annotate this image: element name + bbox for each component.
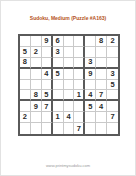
sudoku-cell-r6c9 xyxy=(107,90,118,101)
sudoku-cell-r5c6 xyxy=(74,80,85,91)
sudoku-cell-r7c6 xyxy=(74,101,85,112)
sudoku-cell-r6c6: 1 xyxy=(74,90,85,101)
sudoku-cell-r1c6 xyxy=(74,36,85,47)
sudoku-cell-r2c9 xyxy=(107,47,118,58)
sudoku-cell-r3c7: 3 xyxy=(85,58,96,69)
sudoku-cell-r9c7 xyxy=(85,123,96,134)
sudoku-cell-r7c5 xyxy=(64,101,75,112)
sudoku-cell-r2c5 xyxy=(64,47,75,58)
sudoku-cell-r4c3: 4 xyxy=(42,69,53,80)
sudoku-cell-r9c3 xyxy=(42,123,53,134)
sudoku-cell-r1c3: 9 xyxy=(42,36,53,47)
footer-url: www.printmysudoku.com xyxy=(1,163,135,168)
sudoku-cell-r3c8 xyxy=(96,58,107,69)
sudoku-cell-r2c7 xyxy=(85,47,96,58)
sudoku-cell-r1c5 xyxy=(64,36,75,47)
sudoku-cell-r3c6 xyxy=(74,58,85,69)
sudoku-cell-r1c9: 2 xyxy=(107,36,118,47)
sudoku-cell-r3c5 xyxy=(64,58,75,69)
sudoku-cell-r3c1: 8 xyxy=(20,58,31,69)
sudoku-cell-r2c6 xyxy=(74,47,85,58)
sudoku-cell-r7c3: 7 xyxy=(42,101,53,112)
sudoku-cell-r8c2 xyxy=(31,112,42,123)
sudoku-cell-r5c9: 5 xyxy=(107,80,118,91)
sudoku-cell-r6c5 xyxy=(64,90,75,101)
sudoku-cell-r5c2 xyxy=(31,80,42,91)
sudoku-cell-r7c9 xyxy=(107,101,118,112)
sudoku-cell-r5c8 xyxy=(96,80,107,91)
sudoku-board: 9682523834593585147975421477 xyxy=(18,34,120,136)
sudoku-cell-r5c7 xyxy=(85,80,96,91)
sudoku-cell-r9c1 xyxy=(20,123,31,134)
page-title: Sudoku, Medium (Puzzle #A163) xyxy=(1,15,135,21)
sudoku-cell-r2c8 xyxy=(96,47,107,58)
sudoku-cell-r9c4 xyxy=(53,123,64,134)
sudoku-cell-r4c4: 5 xyxy=(53,69,64,80)
sudoku-cell-r4c5 xyxy=(64,69,75,80)
sudoku-cell-r1c4: 6 xyxy=(53,36,64,47)
sudoku-cell-r5c3 xyxy=(42,80,53,91)
sudoku-cell-r6c4 xyxy=(53,90,64,101)
sudoku-cell-r2c3 xyxy=(42,47,53,58)
sudoku-cell-r7c8: 4 xyxy=(96,101,107,112)
sudoku-cell-r6c1 xyxy=(20,90,31,101)
sudoku-cell-r9c8 xyxy=(96,123,107,134)
sudoku-cell-r1c2 xyxy=(31,36,42,47)
sudoku-cell-r7c2: 9 xyxy=(31,101,42,112)
sudoku-cell-r1c1 xyxy=(20,36,31,47)
sudoku-cell-r9c6: 7 xyxy=(74,123,85,134)
sudoku-cell-r9c5 xyxy=(64,123,75,134)
sudoku-cell-r5c1 xyxy=(20,80,31,91)
sudoku-cell-r3c9 xyxy=(107,58,118,69)
sudoku-cell-r8c6 xyxy=(74,112,85,123)
sudoku-cell-r2c4: 3 xyxy=(53,47,64,58)
sudoku-cell-r9c2 xyxy=(31,123,42,134)
sudoku-cell-r6c8: 7 xyxy=(96,90,107,101)
sudoku-cell-r4c6 xyxy=(74,69,85,80)
sudoku-cell-r8c8 xyxy=(96,112,107,123)
sudoku-cell-r3c3 xyxy=(42,58,53,69)
sudoku-cell-r2c1: 5 xyxy=(20,47,31,58)
sudoku-cell-r8c4: 1 xyxy=(53,112,64,123)
sudoku-cell-r8c7 xyxy=(85,112,96,123)
sudoku-cell-r4c9: 3 xyxy=(107,69,118,80)
sudoku-cell-r4c1 xyxy=(20,69,31,80)
sudoku-cell-r8c3 xyxy=(42,112,53,123)
sudoku-cell-r5c5 xyxy=(64,80,75,91)
sudoku-cell-r3c4 xyxy=(53,58,64,69)
sudoku-cell-r3c2 xyxy=(31,58,42,69)
sudoku-cell-r6c2: 8 xyxy=(31,90,42,101)
sudoku-cell-r4c8 xyxy=(96,69,107,80)
sudoku-cell-r8c1: 2 xyxy=(20,112,31,123)
sudoku-cell-r4c7: 9 xyxy=(85,69,96,80)
sudoku-cell-r9c9 xyxy=(107,123,118,134)
sudoku-cell-r6c3: 5 xyxy=(42,90,53,101)
sudoku-cell-r1c7 xyxy=(85,36,96,47)
sudoku-cell-r2c2: 2 xyxy=(31,47,42,58)
sudoku-cell-r7c1 xyxy=(20,101,31,112)
sudoku-print-page: Sudoku, Medium (Puzzle #A163) 9682523834… xyxy=(0,0,136,176)
sudoku-cell-r4c2 xyxy=(31,69,42,80)
sudoku-cell-r5c4 xyxy=(53,80,64,91)
sudoku-cell-r8c5: 4 xyxy=(64,112,75,123)
sudoku-cell-r1c8: 8 xyxy=(96,36,107,47)
sudoku-cell-r8c9: 7 xyxy=(107,112,118,123)
sudoku-cell-r7c4 xyxy=(53,101,64,112)
sudoku-cell-r7c7: 5 xyxy=(85,101,96,112)
sudoku-cell-r6c7: 4 xyxy=(85,90,96,101)
